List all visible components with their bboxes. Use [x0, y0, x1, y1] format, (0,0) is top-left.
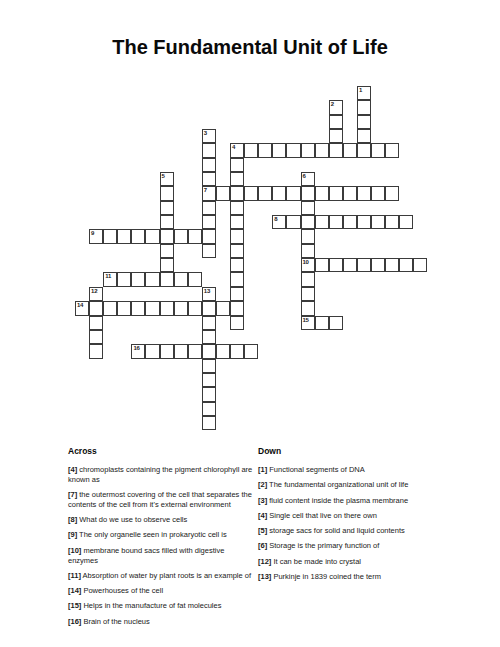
- down-clue-list: [1] Functional segments of DNA[2] The fu…: [258, 465, 462, 582]
- clue-item: [12] It can be made into crystal: [258, 557, 462, 567]
- grid-cell[interactable]: [202, 158, 216, 172]
- grid-cell[interactable]: [230, 172, 244, 186]
- cell-number: 9: [91, 230, 94, 237]
- grid-cell[interactable]: [145, 344, 159, 358]
- across-header: Across: [68, 446, 256, 456]
- grid-cell[interactable]: [202, 359, 216, 373]
- grid-cell[interactable]: [272, 143, 286, 157]
- grid-cell[interactable]: [301, 215, 315, 229]
- grid-cell[interactable]: [230, 201, 244, 215]
- grid-cell[interactable]: [357, 186, 371, 200]
- clue-item: [16] Brain of the nucleus: [68, 617, 256, 627]
- grid-cell[interactable]: [202, 373, 216, 387]
- grid-cell[interactable]: [230, 244, 244, 258]
- grid-cell[interactable]: [315, 186, 329, 200]
- clue-item: [2] The fundamental organizational unit …: [258, 480, 462, 490]
- grid-cell[interactable]: [244, 344, 258, 358]
- grid-cell[interactable]: [301, 143, 315, 157]
- grid-cell[interactable]: [315, 215, 329, 229]
- grid-cell[interactable]: [329, 186, 343, 200]
- grid-cell[interactable]: 7: [202, 186, 216, 200]
- grid-cell[interactable]: [357, 129, 371, 143]
- grid-cell[interactable]: [202, 387, 216, 401]
- grid-cell[interactable]: [160, 244, 174, 258]
- grid-cell[interactable]: 16: [131, 344, 145, 358]
- grid-cell[interactable]: [385, 258, 399, 272]
- clue-number: [11]: [68, 571, 81, 580]
- grid-cell[interactable]: 1: [357, 86, 371, 100]
- cell-number: 10: [303, 259, 309, 266]
- grid-cell[interactable]: [89, 301, 103, 315]
- clue-number: [10]: [68, 546, 81, 555]
- grid-cell[interactable]: [117, 229, 131, 243]
- grid-cell[interactable]: [174, 272, 188, 286]
- grid-cell[interactable]: [329, 316, 343, 330]
- grid-cell[interactable]: [371, 258, 385, 272]
- clue-number: [4]: [258, 511, 267, 520]
- grid-cell[interactable]: [286, 215, 300, 229]
- grid-cell[interactable]: [202, 229, 216, 243]
- grid-cell[interactable]: [357, 258, 371, 272]
- grid-cell[interactable]: [286, 186, 300, 200]
- clue-number: [14]: [68, 586, 81, 595]
- crossword-grid: 12345678910111213141516: [75, 86, 427, 430]
- grid-cell[interactable]: [160, 186, 174, 200]
- grid-cell[interactable]: [371, 186, 385, 200]
- grid-cell[interactable]: [230, 258, 244, 272]
- grid-cell[interactable]: [174, 301, 188, 315]
- grid-cell[interactable]: [385, 215, 399, 229]
- grid-cell[interactable]: [202, 201, 216, 215]
- cell-number: 3: [204, 130, 207, 137]
- grid-cell[interactable]: [202, 244, 216, 258]
- grid-cell[interactable]: [230, 301, 244, 315]
- clue-number: [3]: [258, 496, 267, 505]
- clue-item: [15] Helps in the manufacture of fat mol…: [68, 601, 256, 611]
- grid-cell[interactable]: [89, 316, 103, 330]
- grid-cell[interactable]: [160, 272, 174, 286]
- clue-number: [16]: [68, 617, 81, 626]
- grid-cell[interactable]: [315, 143, 329, 157]
- grid-cell[interactable]: [357, 115, 371, 129]
- grid-cell[interactable]: [89, 330, 103, 344]
- cell-number: 12: [91, 288, 97, 295]
- clue-number: [12]: [258, 557, 271, 566]
- grid-cell[interactable]: [160, 201, 174, 215]
- grid-cell[interactable]: [202, 416, 216, 430]
- grid-cell[interactable]: [117, 301, 131, 315]
- grid-cell[interactable]: [329, 215, 343, 229]
- crossword-page: { "game": "crossword", "title": "The Fun…: [0, 0, 500, 647]
- grid-cell[interactable]: [160, 301, 174, 315]
- clue-item: [5] storage sacs for solid and liquid co…: [258, 526, 462, 536]
- grid-cell[interactable]: [131, 272, 145, 286]
- cell-number: 11: [105, 273, 111, 280]
- grid-cell[interactable]: 4: [230, 143, 244, 157]
- grid-cell[interactable]: [202, 344, 216, 358]
- grid-cell[interactable]: [357, 100, 371, 114]
- cell-number: 15: [303, 317, 309, 324]
- grid-cell[interactable]: [244, 186, 258, 200]
- grid-cell[interactable]: [160, 229, 174, 243]
- grid-cell[interactable]: [103, 229, 117, 243]
- cell-number: 4: [232, 144, 235, 151]
- grid-cell[interactable]: [258, 143, 272, 157]
- across-clues: Across [4] chromoplasts containing the p…: [68, 446, 256, 632]
- clue-item: [9] The only organelle seen in prokaryot…: [68, 530, 256, 540]
- grid-cell[interactable]: [103, 301, 117, 315]
- clue-item: [4] Single cell that live on there own: [258, 511, 462, 521]
- grid-cell[interactable]: 9: [89, 229, 103, 243]
- clue-number: [4]: [68, 465, 77, 474]
- clue-number: [9]: [68, 530, 77, 539]
- clue-item: [3] fluid content inside the plasma memb…: [258, 496, 462, 506]
- grid-cell[interactable]: [385, 143, 399, 157]
- grid-cell[interactable]: 10: [301, 258, 315, 272]
- cell-number: 2: [331, 101, 334, 108]
- grid-cell[interactable]: [286, 143, 300, 157]
- grid-cell[interactable]: [174, 344, 188, 358]
- cell-number: 5: [162, 173, 165, 180]
- grid-cell[interactable]: 2: [329, 100, 343, 114]
- grid-cell[interactable]: [272, 186, 286, 200]
- grid-cell[interactable]: [329, 115, 343, 129]
- grid-cell[interactable]: [343, 143, 357, 157]
- grid-cell[interactable]: [216, 186, 230, 200]
- clue-item: [10] membrane bound sacs filled with dig…: [68, 546, 256, 566]
- clue-item: [13] Purkinje in 1839 coined the term: [258, 572, 462, 582]
- down-clues: Down [1] Functional segments of DNA[2] T…: [258, 446, 462, 587]
- grid-cell[interactable]: [371, 143, 385, 157]
- puzzle-title: The Fundamental Unit of Life: [0, 36, 500, 59]
- grid-cell[interactable]: [230, 344, 244, 358]
- grid-cell[interactable]: [399, 215, 413, 229]
- clue-item: [1] Functional segments of DNA: [258, 465, 462, 475]
- grid-cell[interactable]: [301, 287, 315, 301]
- grid-cell[interactable]: [258, 186, 272, 200]
- grid-cell[interactable]: [343, 215, 357, 229]
- grid-cell[interactable]: [301, 301, 315, 315]
- grid-cell[interactable]: 12: [89, 287, 103, 301]
- grid-cell[interactable]: [202, 330, 216, 344]
- grid-cell[interactable]: [202, 402, 216, 416]
- clue-number: [8]: [68, 515, 77, 524]
- grid-cell[interactable]: [315, 316, 329, 330]
- clue-number: [2]: [258, 480, 267, 489]
- grid-cell[interactable]: [385, 186, 399, 200]
- grid-cell[interactable]: [188, 272, 202, 286]
- grid-cell[interactable]: [301, 229, 315, 243]
- grid-cell[interactable]: [188, 229, 202, 243]
- grid-cell[interactable]: [131, 229, 145, 243]
- grid-cell[interactable]: [216, 301, 230, 315]
- grid-cell[interactable]: [329, 143, 343, 157]
- grid-cell[interactable]: [145, 272, 159, 286]
- grid-cell[interactable]: [357, 215, 371, 229]
- grid-cell[interactable]: 5: [160, 172, 174, 186]
- grid-cell[interactable]: [244, 143, 258, 157]
- grid-cell[interactable]: [230, 158, 244, 172]
- grid-cell[interactable]: 14: [75, 301, 89, 315]
- grid-cell[interactable]: [230, 272, 244, 286]
- cell-number: 8: [274, 216, 277, 223]
- cell-number: 16: [133, 345, 139, 352]
- clue-number: [6]: [258, 541, 267, 550]
- clue-item: [14] Powerhouses of the cell: [68, 586, 256, 596]
- grid-cell[interactable]: [343, 258, 357, 272]
- grid-cell[interactable]: [202, 172, 216, 186]
- grid-cell[interactable]: [230, 229, 244, 243]
- grid-cell[interactable]: [371, 215, 385, 229]
- clue-number: [1]: [258, 465, 267, 474]
- clue-number: [7]: [68, 490, 77, 499]
- cell-number: 13: [204, 288, 210, 295]
- grid-cell[interactable]: [230, 287, 244, 301]
- grid-cell[interactable]: [413, 258, 427, 272]
- grid-cell[interactable]: [301, 272, 315, 286]
- clue-number: [5]: [258, 526, 267, 535]
- grid-cell[interactable]: [301, 201, 315, 215]
- cell-number: 14: [77, 302, 83, 309]
- grid-cell[interactable]: [202, 301, 216, 315]
- grid-cell[interactable]: [216, 344, 230, 358]
- grid-cell[interactable]: [145, 301, 159, 315]
- grid-cell[interactable]: [160, 258, 174, 272]
- grid-cell[interactable]: [160, 344, 174, 358]
- grid-cell[interactable]: [301, 244, 315, 258]
- grid-cell[interactable]: [329, 258, 343, 272]
- grid-cell[interactable]: [329, 129, 343, 143]
- clue-number: [15]: [68, 601, 81, 610]
- grid-cell[interactable]: [301, 186, 315, 200]
- grid-cell[interactable]: [202, 316, 216, 330]
- grid-cell[interactable]: [117, 272, 131, 286]
- cell-number: 1: [359, 87, 362, 94]
- grid-cell[interactable]: [315, 258, 329, 272]
- grid-cell[interactable]: [343, 186, 357, 200]
- across-clue-list: [4] chromoplasts containing the pigment …: [68, 465, 256, 627]
- grid-cell[interactable]: 8: [272, 215, 286, 229]
- grid-cell[interactable]: [174, 229, 188, 243]
- grid-cell[interactable]: [230, 186, 244, 200]
- grid-cell[interactable]: [399, 258, 413, 272]
- grid-cell[interactable]: [357, 143, 371, 157]
- grid-cell[interactable]: [145, 229, 159, 243]
- clue-item: [8] What do we use to observe cells: [68, 515, 256, 525]
- clue-number: [13]: [258, 572, 271, 581]
- grid-cell[interactable]: [230, 316, 244, 330]
- grid-cell[interactable]: 11: [103, 272, 117, 286]
- grid-cell[interactable]: [202, 215, 216, 229]
- grid-cell[interactable]: [89, 344, 103, 358]
- clue-item: [6] Storage is the primary function of: [258, 541, 462, 551]
- grid-cell[interactable]: [131, 301, 145, 315]
- cell-number: 6: [303, 173, 306, 180]
- grid-cell[interactable]: [160, 215, 174, 229]
- clue-item: [4] chromoplasts containing the pigment …: [68, 465, 256, 485]
- grid-cell[interactable]: 6: [301, 172, 315, 186]
- grid-cell[interactable]: 13: [202, 287, 216, 301]
- grid-cell[interactable]: [188, 301, 202, 315]
- grid-cell[interactable]: [230, 215, 244, 229]
- grid-cell[interactable]: [202, 143, 216, 157]
- grid-cell[interactable]: 15: [301, 316, 315, 330]
- grid-cell[interactable]: [188, 344, 202, 358]
- cell-number: 7: [204, 187, 207, 194]
- down-header: Down: [258, 446, 462, 456]
- grid-cell[interactable]: 3: [202, 129, 216, 143]
- clue-item: [7] the outermost covering of the cell t…: [68, 490, 256, 510]
- clue-item: [11] Absorption of water by plant roots …: [68, 571, 256, 581]
